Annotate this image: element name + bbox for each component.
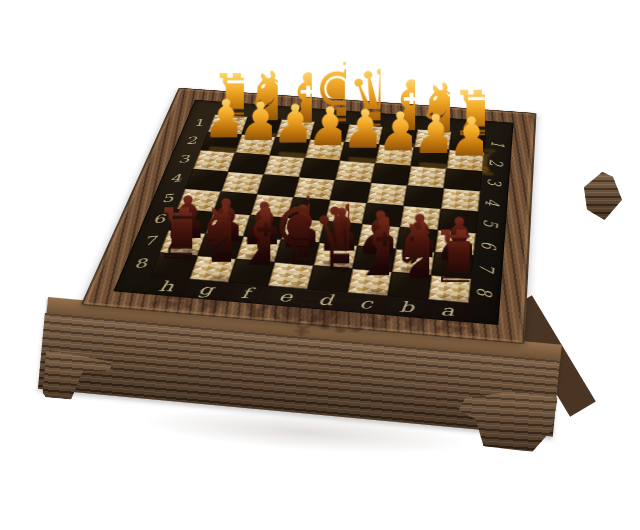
square-a5[interactable] <box>438 209 478 233</box>
square-c6[interactable] <box>358 224 400 249</box>
square-f6[interactable] <box>243 215 287 240</box>
file-label-b: b <box>386 297 427 317</box>
square-b8[interactable]: ♞♞ <box>388 272 432 299</box>
square-b5[interactable] <box>400 206 441 230</box>
file-label-a: a <box>427 301 469 322</box>
square-e8[interactable]: ♚♚ <box>268 262 314 289</box>
amber-chess-set-photo: ♜♜♞♞♝♝♚♚♛♛♝♝♞♞♜♜♟♟♟♟♟♟♟♟♟♟♟♟♟♟♟♟♟♟♟♟♟♟♟♟… <box>0 0 640 530</box>
rank-label-right-8: 8 <box>464 281 507 304</box>
square-d6[interactable] <box>319 221 362 246</box>
square-b6[interactable] <box>396 227 438 252</box>
file-label-h: h <box>144 277 188 297</box>
square-e5[interactable] <box>287 197 330 221</box>
square-e7[interactable]: ♟♟ <box>275 240 320 266</box>
piece-white-queen-d1[interactable]: ♛ <box>346 59 381 138</box>
board-frame: ♜♜♞♞♝♝♚♚♛♛♝♝♞♞♜♜♟♟♟♟♟♟♟♟♟♟♟♟♟♟♟♟♟♟♟♟♟♟♟♟… <box>81 88 537 345</box>
file-label-d: d <box>304 290 346 310</box>
file-label-g: g <box>184 280 228 300</box>
file-label-c: c <box>345 294 387 314</box>
rank-label-right-1: 1 <box>480 136 517 153</box>
square-c3[interactable] <box>371 163 411 185</box>
rank-label-left-5: 5 <box>153 186 183 209</box>
piece-white-bishop-f1[interactable]: ♝ <box>277 64 312 133</box>
rank-label-left-4: 4 <box>161 167 190 189</box>
square-f3[interactable] <box>264 155 305 177</box>
rank-label-left-2: 2 <box>177 130 206 150</box>
square-g7[interactable]: ♟♟ <box>198 233 244 259</box>
piece-white-bishop-c1[interactable]: ♝ <box>380 71 415 141</box>
board-surface: ♜♜♞♞♝♝♚♚♛♛♝♝♞♞♜♜♟♟♟♟♟♟♟♟♟♟♟♟♟♟♟♟♟♟♟♟♟♟♟♟… <box>113 100 513 325</box>
square-e3[interactable] <box>299 158 340 180</box>
rank-label-left-6: 6 <box>144 207 174 231</box>
rank-label-right-4: 4 <box>474 193 513 212</box>
square-c4[interactable] <box>367 183 408 206</box>
pedestal-foot-back-right <box>584 172 622 220</box>
rank-label-right-2: 2 <box>478 154 516 172</box>
square-b3[interactable] <box>407 166 446 188</box>
rank-label-right-3: 3 <box>476 173 515 191</box>
file-label-e: e <box>264 287 307 307</box>
piece-white-knight-g1[interactable]: ♞ <box>243 61 277 130</box>
board-3d-wrapper: ♜♜♞♞♝♝♚♚♛♛♝♝♞♞♜♜♟♟♟♟♟♟♟♟♟♟♟♟♟♟♟♟♟♟♟♟♟♟♟♟… <box>81 88 537 345</box>
square-d8[interactable]: ♛♛ <box>308 265 353 292</box>
piece-white-rook-a1[interactable]: ♜ <box>450 83 485 145</box>
square-b7[interactable]: ♟♟ <box>392 249 435 275</box>
square-c7[interactable]: ♟♟ <box>353 246 396 272</box>
square-e4[interactable] <box>293 177 335 200</box>
file-label-f: f <box>224 283 267 303</box>
square-d5[interactable] <box>325 200 367 224</box>
square-b4[interactable] <box>404 185 444 208</box>
piece-white-pawn-b2[interactable]: ♟ <box>412 108 448 162</box>
square-d7[interactable]: ♟♟ <box>314 243 358 269</box>
square-f5[interactable] <box>250 194 293 218</box>
square-c5[interactable] <box>362 203 403 227</box>
square-f7[interactable]: ♟♟ <box>236 236 281 262</box>
square-c8[interactable]: ♝♝ <box>348 269 392 296</box>
rank-label-left-8: 8 <box>125 250 156 276</box>
rank-label-left-1: 1 <box>185 113 213 132</box>
piece-white-rook-h1[interactable]: ♜ <box>210 67 244 128</box>
piece-white-knight-b1[interactable]: ♞ <box>415 73 450 143</box>
square-d3[interactable] <box>335 161 375 183</box>
square-e6[interactable] <box>281 218 325 243</box>
piece-white-king-e1[interactable]: ♚ <box>311 49 346 135</box>
rank-label-left-7: 7 <box>135 228 166 253</box>
square-f4[interactable] <box>257 174 299 197</box>
square-f8[interactable]: ♝♝ <box>228 259 274 286</box>
square-d4[interactable] <box>330 180 371 203</box>
